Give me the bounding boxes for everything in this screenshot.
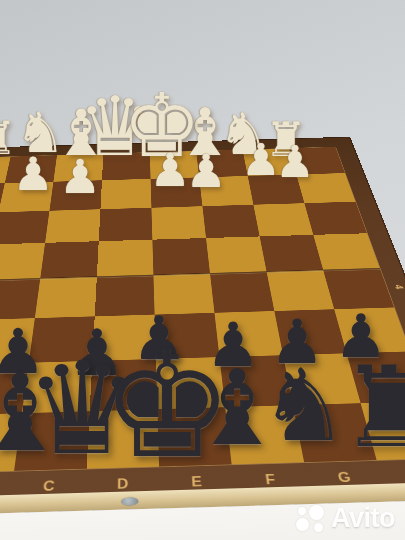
square-c1	[14, 411, 90, 471]
square-d3	[92, 315, 156, 361]
square-f8	[196, 150, 248, 178]
square-c4	[35, 277, 97, 318]
rank-label-row-1	[334, 181, 387, 192]
avito-logo-icon	[296, 504, 326, 534]
square-c7	[49, 180, 102, 210]
square-g7	[248, 174, 305, 204]
square-b8	[5, 155, 57, 183]
square-e7	[151, 177, 203, 207]
square-e2	[156, 357, 225, 409]
rank-label-row-3	[355, 244, 405, 257]
square-e8	[150, 151, 199, 179]
rank-label-row-4: 4	[368, 280, 405, 294]
square-c5	[40, 241, 98, 278]
square-d1	[87, 409, 160, 468]
square-f3	[214, 311, 283, 357]
chess-board: ABCDEFGH 432	[0, 137, 405, 506]
square-g8	[243, 148, 297, 176]
avito-watermark: Avito	[296, 503, 395, 534]
square-b6	[0, 211, 49, 245]
square-c8	[53, 154, 103, 182]
square-g6	[253, 203, 313, 236]
metal-fitting	[121, 497, 138, 506]
square-f6	[202, 205, 259, 238]
square-d2	[90, 359, 158, 411]
square-d5	[97, 240, 154, 277]
square-b4	[0, 278, 40, 319]
rank-label-row-0	[325, 155, 376, 165]
square-d6	[99, 208, 153, 242]
square-e4	[153, 273, 214, 314]
square-f5	[206, 236, 267, 273]
square-d7	[100, 179, 151, 209]
chess-set-photo: ABCDEFGH 432 ♜♞♝♛♚♝♞♜♟♟♟♟♟♟♟♟♟♟♟♟♝♛♚♝♞♜ …	[0, 0, 405, 540]
rank-label-row-2	[344, 211, 400, 223]
watermark-text: Avito	[331, 503, 395, 534]
square-e1	[157, 407, 231, 466]
square-b7	[0, 182, 53, 213]
rank-label-row-5: 3	[382, 321, 405, 337]
square-g5	[260, 235, 324, 272]
square-f1	[225, 405, 304, 464]
square-b5	[0, 243, 45, 280]
square-e6	[151, 206, 206, 239]
square-f7	[199, 176, 253, 206]
square-e3	[155, 313, 220, 359]
square-c2	[22, 361, 92, 413]
square-d4	[95, 275, 155, 316]
square-f2	[219, 355, 292, 407]
square-d8	[102, 153, 151, 181]
board-grid	[0, 147, 405, 475]
square-f4	[210, 272, 274, 313]
square-c3	[29, 316, 95, 362]
square-e5	[152, 238, 210, 275]
square-c6	[45, 209, 100, 243]
